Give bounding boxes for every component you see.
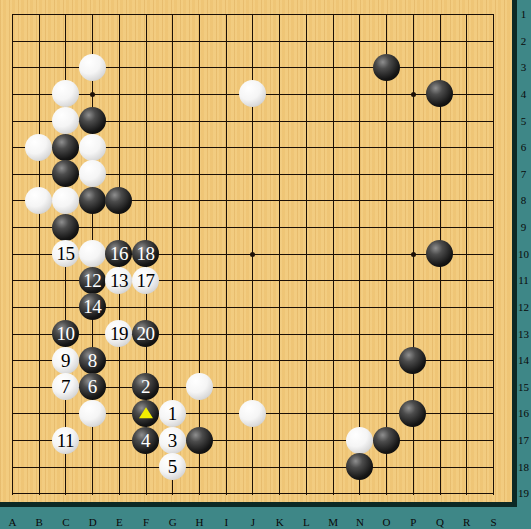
stone-Q4 — [426, 80, 453, 107]
move-number-label: 2 — [141, 376, 150, 397]
move-20-stone-F13: 20 — [132, 320, 159, 347]
move-19-stone-E13: 19 — [105, 320, 132, 347]
move-17-stone-F11: 17 — [132, 267, 159, 294]
stone-C8 — [52, 187, 79, 214]
row-label-11: 11 — [516, 274, 531, 287]
go-board[interactable]: 1516181213171410192098762111435 — [0, 0, 512, 502]
row-label-7: 7 — [516, 168, 531, 181]
move-number-label: 4 — [141, 430, 150, 451]
move-10-stone-C13: 10 — [52, 320, 79, 347]
move-number-label: 20 — [137, 323, 155, 344]
star-point — [411, 252, 416, 257]
move-number-label: 11 — [57, 430, 74, 451]
col-label-F: F — [139, 516, 154, 529]
move-16-stone-E10: 16 — [105, 240, 132, 267]
move-number-label: 6 — [88, 376, 97, 397]
stone-H17 — [186, 427, 213, 454]
stone-C4 — [52, 80, 79, 107]
move-number-label: 18 — [137, 243, 155, 264]
stone-J16 — [239, 400, 266, 427]
move-3-stone-G17: 3 — [159, 427, 186, 454]
move-13-stone-E11: 13 — [105, 267, 132, 294]
stone-Q10 — [426, 240, 453, 267]
stone-C7 — [52, 160, 79, 187]
row-label-16: 16 — [516, 407, 531, 420]
move-number-label: 8 — [88, 350, 97, 371]
col-label-R: R — [459, 516, 474, 529]
col-label-L: L — [299, 516, 314, 529]
row-label-2: 2 — [516, 35, 531, 48]
col-label-K: K — [272, 516, 287, 529]
move-18-stone-F10: 18 — [132, 240, 159, 267]
stone-N18 — [346, 453, 373, 480]
stone-E8 — [105, 187, 132, 214]
row-label-9: 9 — [516, 221, 531, 234]
stone-D3 — [79, 54, 106, 81]
row-label-13: 13 — [516, 328, 531, 341]
row-label-5: 5 — [516, 115, 531, 128]
row-label-14: 14 — [516, 354, 531, 367]
stone-D7 — [79, 160, 106, 187]
stone-P14 — [399, 347, 426, 374]
move-11-stone-C17: 11 — [52, 427, 79, 454]
move-number-label: 19 — [110, 323, 128, 344]
row-label-6: 6 — [516, 141, 531, 154]
stone-D16 — [79, 400, 106, 427]
stone-J4 — [239, 80, 266, 107]
move-number-label: 16 — [110, 243, 128, 264]
move-5-stone-G18: 5 — [159, 453, 186, 480]
row-label-1: 1 — [516, 8, 531, 21]
row-label-19: 19 — [516, 487, 531, 500]
move-1-stone-G16: 1 — [159, 400, 186, 427]
col-label-C: C — [58, 516, 73, 529]
col-label-O: O — [379, 516, 394, 529]
move-4-stone-F17: 4 — [132, 427, 159, 454]
row-label-3: 3 — [516, 61, 531, 74]
move-12-stone-D11: 12 — [79, 267, 106, 294]
stone-B8 — [25, 187, 52, 214]
row-label-15: 15 — [516, 381, 531, 394]
move-number-label: 10 — [56, 323, 74, 344]
stone-O3 — [373, 54, 400, 81]
col-label-M: M — [326, 516, 341, 529]
move-14-stone-D12: 14 — [79, 293, 106, 320]
star-point — [411, 92, 416, 97]
stone-P16 — [399, 400, 426, 427]
move-number-label: 7 — [61, 376, 70, 397]
stone-H15 — [186, 373, 213, 400]
stone-D10 — [79, 240, 106, 267]
col-label-N: N — [352, 516, 367, 529]
move-number-label: 15 — [56, 243, 74, 264]
col-label-H: H — [192, 516, 207, 529]
col-label-B: B — [32, 516, 47, 529]
row-label-8: 8 — [516, 194, 531, 207]
row-label-17: 17 — [516, 434, 531, 447]
row-label-18: 18 — [516, 461, 531, 474]
stone-D8 — [79, 187, 106, 214]
move-8-stone-D14: 8 — [79, 347, 106, 374]
stone-B6 — [25, 134, 52, 161]
move-number-label: 5 — [168, 456, 177, 477]
move-9-stone-C14: 9 — [52, 347, 79, 374]
move-15-stone-C10: 15 — [52, 240, 79, 267]
col-label-S: S — [486, 516, 501, 529]
stone-C6 — [52, 134, 79, 161]
stone-O17 — [373, 427, 400, 454]
row-label-12: 12 — [516, 301, 531, 314]
row-label-10: 10 — [516, 248, 531, 261]
move-2-stone-F15: 2 — [132, 373, 159, 400]
stone-F16 — [132, 400, 159, 427]
col-label-A: A — [5, 516, 20, 529]
move-number-label: 1 — [168, 403, 177, 424]
move-number-label: 3 — [168, 430, 177, 451]
col-label-E: E — [112, 516, 127, 529]
move-number-label: 12 — [83, 270, 101, 291]
move-number-label: 14 — [83, 296, 101, 317]
row-label-4: 4 — [516, 88, 531, 101]
stone-N17 — [346, 427, 373, 454]
stone-C5 — [52, 107, 79, 134]
move-number-label: 13 — [110, 270, 128, 291]
move-number-label: 9 — [61, 350, 70, 371]
stone-D5 — [79, 107, 106, 134]
col-label-J: J — [245, 516, 260, 529]
move-7-stone-C15: 7 — [52, 373, 79, 400]
move-6-stone-D15: 6 — [79, 373, 106, 400]
col-label-Q: Q — [433, 516, 448, 529]
col-label-I: I — [219, 516, 234, 529]
stone-C9 — [52, 214, 79, 241]
stone-D6 — [79, 134, 106, 161]
col-label-P: P — [406, 516, 421, 529]
move-number-label: 17 — [137, 270, 155, 291]
col-label-G: G — [165, 516, 180, 529]
triangle-mark-icon — [139, 408, 153, 419]
col-label-D: D — [85, 516, 100, 529]
